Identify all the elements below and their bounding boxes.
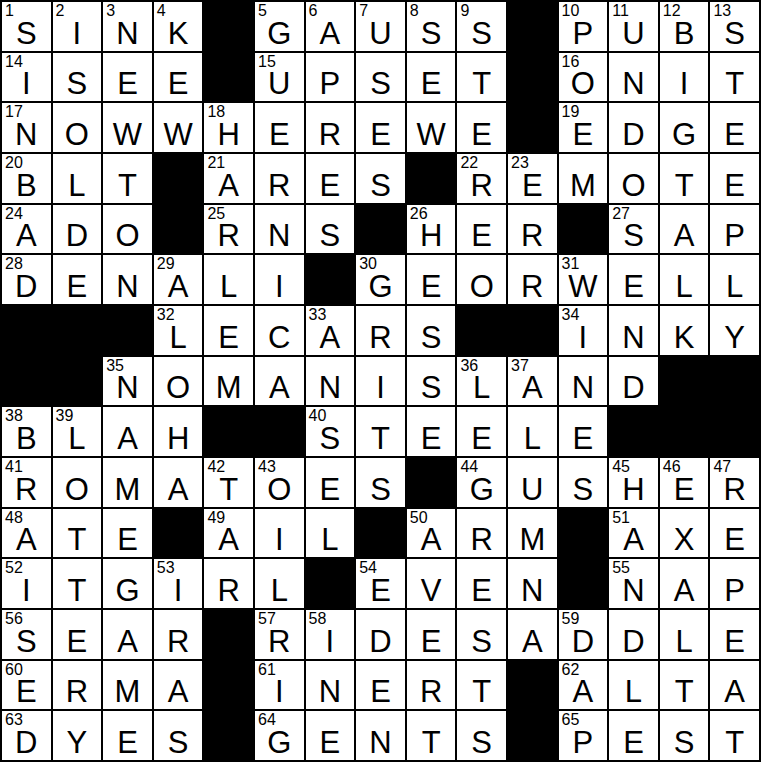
cell-r1c8[interactable]: 7U bbox=[356, 2, 405, 51]
cell-r6c9[interactable]: E bbox=[407, 255, 456, 304]
black-cell-r9c6 bbox=[255, 407, 304, 456]
cell-r7c7[interactable]: 33A bbox=[306, 306, 355, 355]
cell-letter: E bbox=[559, 423, 608, 454]
cell-r15c1[interactable]: 63D bbox=[2, 711, 51, 760]
cell-r8c6[interactable]: A bbox=[255, 357, 304, 406]
cell-r11c14[interactable]: X bbox=[660, 509, 709, 558]
cell-letter: A bbox=[609, 524, 658, 555]
cell-r13c11[interactable]: A bbox=[508, 610, 557, 659]
cell-letter: S bbox=[660, 727, 709, 758]
cell-r4c3[interactable]: T bbox=[103, 154, 152, 203]
cell-r3c1[interactable]: 17N bbox=[2, 103, 51, 152]
cell-letter: O bbox=[255, 474, 304, 505]
cell-r6c1[interactable]: 28D bbox=[2, 255, 51, 304]
cell-letter: T bbox=[53, 524, 102, 555]
cell-letter: W bbox=[559, 271, 608, 302]
cell-r7c13[interactable]: N bbox=[609, 306, 658, 355]
cell-letter: Y bbox=[53, 727, 102, 758]
cell-r10c7[interactable]: E bbox=[306, 458, 355, 507]
cell-r5c7[interactable]: S bbox=[306, 205, 355, 254]
cell-r14c4[interactable]: A bbox=[154, 661, 203, 710]
cell-letter: M bbox=[508, 524, 557, 555]
cell-letter: S bbox=[609, 220, 658, 251]
cell-letter: M bbox=[103, 676, 152, 707]
cell-r15c14[interactable]: S bbox=[660, 711, 709, 760]
cell-letter: D bbox=[2, 727, 51, 758]
cell-r2c14[interactable]: I bbox=[660, 53, 709, 102]
cell-letter: E bbox=[609, 271, 658, 302]
cell-r15c8[interactable]: N bbox=[356, 711, 405, 760]
cell-letter: M bbox=[103, 474, 152, 505]
cell-letter: T bbox=[457, 68, 506, 99]
cell-r9c1[interactable]: 38B bbox=[2, 407, 51, 456]
cell-letter: B bbox=[660, 18, 709, 49]
cell-r12c4[interactable]: 53I bbox=[154, 559, 203, 608]
cell-r2c7[interactable]: P bbox=[306, 53, 355, 102]
cell-r4c2[interactable]: L bbox=[53, 154, 102, 203]
cell-r2c9[interactable]: E bbox=[407, 53, 456, 102]
cell-r8c11[interactable]: 37A bbox=[508, 357, 557, 406]
cell-r5c3[interactable]: O bbox=[103, 205, 152, 254]
cell-r4c7[interactable]: E bbox=[306, 154, 355, 203]
cell-r9c9[interactable]: E bbox=[407, 407, 456, 456]
cell-r5c6[interactable]: N bbox=[255, 205, 304, 254]
cell-letter: N bbox=[609, 322, 658, 353]
black-cell-r14c5 bbox=[204, 661, 253, 710]
cell-r4c1[interactable]: 20B bbox=[2, 154, 51, 203]
cell-r10c10[interactable]: 44G bbox=[457, 458, 506, 507]
cell-r1c6[interactable]: 5G bbox=[255, 2, 304, 51]
cell-r1c15[interactable]: 13S bbox=[710, 2, 759, 51]
cell-r14c10[interactable]: T bbox=[457, 661, 506, 710]
cell-r1c1[interactable]: 1S bbox=[2, 2, 51, 51]
cell-letter: E bbox=[710, 170, 759, 201]
cell-letter: E bbox=[407, 271, 456, 302]
cell-r11c7[interactable]: L bbox=[306, 509, 355, 558]
cell-r4c14[interactable]: T bbox=[660, 154, 709, 203]
cell-r9c11[interactable]: L bbox=[508, 407, 557, 456]
cell-r5c11[interactable]: R bbox=[508, 205, 557, 254]
cell-r3c15[interactable]: E bbox=[710, 103, 759, 152]
cell-r1c3[interactable]: 3N bbox=[103, 2, 152, 51]
cell-r7c4[interactable]: 32L bbox=[154, 306, 203, 355]
cell-letter: E bbox=[154, 68, 203, 99]
cell-r13c3[interactable]: A bbox=[103, 610, 152, 659]
cell-letter: E bbox=[710, 626, 759, 657]
cell-r1c7[interactable]: 6A bbox=[306, 2, 355, 51]
black-cell-r7c10 bbox=[457, 306, 506, 355]
cell-r4c6[interactable]: R bbox=[255, 154, 304, 203]
cell-r6c11[interactable]: R bbox=[508, 255, 557, 304]
cell-letter: S bbox=[710, 18, 759, 49]
cell-letter: H bbox=[407, 220, 456, 251]
black-cell-r5c4 bbox=[154, 205, 203, 254]
cell-r6c5[interactable]: L bbox=[204, 255, 253, 304]
cell-r3c8[interactable]: E bbox=[356, 103, 405, 152]
cell-r4c5[interactable]: 21A bbox=[204, 154, 253, 203]
cell-letter: C bbox=[255, 322, 304, 353]
cell-r6c8[interactable]: 30G bbox=[356, 255, 405, 304]
cell-r2c8[interactable]: S bbox=[356, 53, 405, 102]
cell-letter: A bbox=[306, 18, 355, 49]
cell-letter: N bbox=[2, 119, 51, 150]
cell-letter: R bbox=[457, 524, 506, 555]
cell-letter: E bbox=[306, 474, 355, 505]
cell-r14c13[interactable]: L bbox=[609, 661, 658, 710]
cell-r15c2[interactable]: Y bbox=[53, 711, 102, 760]
black-cell-r9c5 bbox=[204, 407, 253, 456]
cell-r6c15[interactable]: L bbox=[710, 255, 759, 304]
cell-r7c5[interactable]: E bbox=[204, 306, 253, 355]
cell-r12c14[interactable]: A bbox=[660, 559, 709, 608]
cell-letter: O bbox=[609, 170, 658, 201]
cell-r8c13[interactable]: D bbox=[609, 357, 658, 406]
cell-r8c10[interactable]: 36L bbox=[457, 357, 506, 406]
cell-letter: K bbox=[660, 322, 709, 353]
cell-r8c7[interactable]: N bbox=[306, 357, 355, 406]
cell-r7c8[interactable]: R bbox=[356, 306, 405, 355]
cell-r5c10[interactable]: E bbox=[457, 205, 506, 254]
cell-r12c9[interactable]: V bbox=[407, 559, 456, 608]
cell-letter: P bbox=[559, 18, 608, 49]
cell-r4c11[interactable]: 23E bbox=[508, 154, 557, 203]
cell-r13c14[interactable]: L bbox=[660, 610, 709, 659]
cell-r2c4[interactable]: E bbox=[154, 53, 203, 102]
cell-r5c5[interactable]: 25R bbox=[204, 205, 253, 254]
cell-r2c3[interactable]: E bbox=[103, 53, 152, 102]
cell-letter: G bbox=[255, 18, 304, 49]
cell-letter: I bbox=[154, 575, 203, 606]
black-cell-r9c14 bbox=[660, 407, 709, 456]
cell-letter: V bbox=[407, 575, 456, 606]
cell-letter: I bbox=[53, 18, 102, 49]
cell-r12c5[interactable]: R bbox=[204, 559, 253, 608]
cell-letter: I bbox=[255, 676, 304, 707]
cell-letter: S bbox=[2, 18, 51, 49]
cell-r12c3[interactable]: G bbox=[103, 559, 152, 608]
cell-letter: L bbox=[306, 524, 355, 555]
cell-r11c15[interactable]: E bbox=[710, 509, 759, 558]
cell-r15c12[interactable]: 65P bbox=[559, 711, 608, 760]
cell-r3c12[interactable]: 19E bbox=[559, 103, 608, 152]
cell-letter: G bbox=[255, 727, 304, 758]
cell-letter: D bbox=[2, 271, 51, 302]
cell-letter: O bbox=[154, 372, 203, 403]
cell-r2c6[interactable]: 15U bbox=[255, 53, 304, 102]
cell-letter: A bbox=[407, 524, 456, 555]
cell-r10c1[interactable]: 41R bbox=[2, 458, 51, 507]
cell-letter: A bbox=[306, 322, 355, 353]
cell-r12c11[interactable]: N bbox=[508, 559, 557, 608]
cell-letter: T bbox=[710, 727, 759, 758]
cell-letter: U bbox=[609, 18, 658, 49]
cell-letter: I bbox=[255, 271, 304, 302]
cell-r14c12[interactable]: 62A bbox=[559, 661, 608, 710]
cell-r10c8[interactable]: S bbox=[356, 458, 405, 507]
cell-r10c12[interactable]: S bbox=[559, 458, 608, 507]
cell-r6c3[interactable]: N bbox=[103, 255, 152, 304]
black-cell-r7c1 bbox=[2, 306, 51, 355]
cell-letter: E bbox=[407, 626, 456, 657]
cell-r1c14[interactable]: 12B bbox=[660, 2, 709, 51]
cell-r4c8[interactable]: S bbox=[356, 154, 405, 203]
cell-r9c8[interactable]: T bbox=[356, 407, 405, 456]
cell-letter: N bbox=[103, 271, 152, 302]
cell-r11c3[interactable]: E bbox=[103, 509, 152, 558]
cell-r3c9[interactable]: W bbox=[407, 103, 456, 152]
cell-letter: S bbox=[356, 474, 405, 505]
cell-r14c9[interactable]: R bbox=[407, 661, 456, 710]
cell-r8c3[interactable]: 35N bbox=[103, 357, 152, 406]
black-cell-r6c7 bbox=[306, 255, 355, 304]
black-cell-r10c9 bbox=[407, 458, 456, 507]
cell-r9c10[interactable]: E bbox=[457, 407, 506, 456]
black-cell-r7c11 bbox=[508, 306, 557, 355]
cell-r5c2[interactable]: D bbox=[53, 205, 102, 254]
cell-letter: N bbox=[103, 372, 152, 403]
cell-r15c6[interactable]: 64G bbox=[255, 711, 304, 760]
cell-r1c10[interactable]: 9S bbox=[457, 2, 506, 51]
cell-r15c15[interactable]: T bbox=[710, 711, 759, 760]
cell-r3c6[interactable]: E bbox=[255, 103, 304, 152]
cell-r3c10[interactable]: E bbox=[457, 103, 506, 152]
cell-r11c2[interactable]: T bbox=[53, 509, 102, 558]
cell-letter: M bbox=[559, 170, 608, 201]
cell-letter: X bbox=[660, 524, 709, 555]
cell-letter: N bbox=[255, 220, 304, 251]
cell-r11c5[interactable]: 49A bbox=[204, 509, 253, 558]
black-cell-r1c5 bbox=[204, 2, 253, 51]
cell-r9c2[interactable]: 39L bbox=[53, 407, 102, 456]
cell-r10c2[interactable]: O bbox=[53, 458, 102, 507]
cell-r9c7[interactable]: 40S bbox=[306, 407, 355, 456]
cell-letter: U bbox=[356, 18, 405, 49]
cell-r7c15[interactable]: Y bbox=[710, 306, 759, 355]
cell-letter: S bbox=[306, 220, 355, 251]
cell-letter: T bbox=[660, 676, 709, 707]
cell-r13c13[interactable]: D bbox=[609, 610, 658, 659]
cell-letter: L bbox=[508, 423, 557, 454]
cell-r14c6[interactable]: 61I bbox=[255, 661, 304, 710]
cell-r15c4[interactable]: S bbox=[154, 711, 203, 760]
cell-letter: A bbox=[660, 575, 709, 606]
cell-r1c13[interactable]: 11U bbox=[609, 2, 658, 51]
cell-r6c10[interactable]: O bbox=[457, 255, 506, 304]
cell-letter: R bbox=[710, 474, 759, 505]
cell-r14c14[interactable]: T bbox=[660, 661, 709, 710]
cell-letter: N bbox=[356, 727, 405, 758]
cell-r13c10[interactable]: S bbox=[457, 610, 506, 659]
cell-r3c14[interactable]: G bbox=[660, 103, 709, 152]
cell-r10c5[interactable]: 42T bbox=[204, 458, 253, 507]
cell-r10c13[interactable]: 45H bbox=[609, 458, 658, 507]
cell-letter: T bbox=[53, 575, 102, 606]
cell-r13c9[interactable]: E bbox=[407, 610, 456, 659]
cell-r8c9[interactable]: S bbox=[407, 357, 456, 406]
black-cell-r9c13 bbox=[609, 407, 658, 456]
cell-r13c12[interactable]: 59D bbox=[559, 610, 608, 659]
cell-letter: L bbox=[457, 372, 506, 403]
cell-r4c13[interactable]: O bbox=[609, 154, 658, 203]
cell-letter: R bbox=[2, 474, 51, 505]
cell-r10c11[interactable]: U bbox=[508, 458, 557, 507]
cell-r13c6[interactable]: 57R bbox=[255, 610, 304, 659]
cell-r5c9[interactable]: 26H bbox=[407, 205, 456, 254]
cell-r13c8[interactable]: D bbox=[356, 610, 405, 659]
cell-r10c6[interactable]: 43O bbox=[255, 458, 304, 507]
cell-r11c9[interactable]: 50A bbox=[407, 509, 456, 558]
cell-letter: A bbox=[204, 170, 253, 201]
cell-letter: S bbox=[559, 474, 608, 505]
black-cell-r8c1 bbox=[2, 357, 51, 406]
cell-letter: E bbox=[53, 626, 102, 657]
crossword-board: 1S2I3N4K5G6A7U8S9S10P11U12B13S14ISEE15UP… bbox=[0, 0, 761, 762]
cell-letter: W bbox=[103, 119, 152, 150]
cell-r11c13[interactable]: 51A bbox=[609, 509, 658, 558]
cell-r2c15[interactable]: T bbox=[710, 53, 759, 102]
cell-letter: I bbox=[559, 322, 608, 353]
cell-r10c3[interactable]: M bbox=[103, 458, 152, 507]
cell-r11c6[interactable]: I bbox=[255, 509, 304, 558]
cell-r2c1[interactable]: 14I bbox=[2, 53, 51, 102]
cell-r7c14[interactable]: K bbox=[660, 306, 709, 355]
cell-r15c3[interactable]: E bbox=[103, 711, 152, 760]
cell-r9c3[interactable]: A bbox=[103, 407, 152, 456]
cell-letter: A bbox=[154, 474, 203, 505]
cell-letter: A bbox=[2, 524, 51, 555]
cell-letter: G bbox=[103, 575, 152, 606]
cell-letter: E bbox=[457, 119, 506, 150]
cell-r9c4[interactable]: H bbox=[154, 407, 203, 456]
cell-r1c2[interactable]: 2I bbox=[53, 2, 102, 51]
cell-r6c13[interactable]: E bbox=[609, 255, 658, 304]
cell-r1c9[interactable]: 8S bbox=[407, 2, 456, 51]
cell-r14c15[interactable]: A bbox=[710, 661, 759, 710]
cell-r15c13[interactable]: E bbox=[609, 711, 658, 760]
cell-r14c7[interactable]: N bbox=[306, 661, 355, 710]
black-cell-r14c11 bbox=[508, 661, 557, 710]
cell-letter: T bbox=[660, 170, 709, 201]
cell-letter: K bbox=[154, 18, 203, 49]
cell-r5c1[interactable]: 24A bbox=[2, 205, 51, 254]
cell-r7c6[interactable]: C bbox=[255, 306, 304, 355]
cell-r8c12[interactable]: N bbox=[559, 357, 608, 406]
cell-letter: A bbox=[2, 220, 51, 251]
cell-r13c7[interactable]: 58I bbox=[306, 610, 355, 659]
cell-r12c6[interactable]: L bbox=[255, 559, 304, 608]
cell-r6c6[interactable]: I bbox=[255, 255, 304, 304]
cell-r12c10[interactable]: E bbox=[457, 559, 506, 608]
cell-r11c10[interactable]: R bbox=[457, 509, 506, 558]
cell-r5c14[interactable]: A bbox=[660, 205, 709, 254]
cell-r12c13[interactable]: 55N bbox=[609, 559, 658, 608]
cell-r2c13[interactable]: N bbox=[609, 53, 658, 102]
cell-r6c2[interactable]: E bbox=[53, 255, 102, 304]
cell-r14c1[interactable]: 60E bbox=[2, 661, 51, 710]
cell-letter: S bbox=[407, 372, 456, 403]
cell-letter: S bbox=[2, 626, 51, 657]
cell-r4c12[interactable]: M bbox=[559, 154, 608, 203]
cell-r13c4[interactable]: R bbox=[154, 610, 203, 659]
cell-r8c8[interactable]: I bbox=[356, 357, 405, 406]
cell-letter: I bbox=[255, 524, 304, 555]
cell-r14c3[interactable]: M bbox=[103, 661, 152, 710]
cell-r13c1[interactable]: 56S bbox=[2, 610, 51, 659]
cell-letter: E bbox=[660, 474, 709, 505]
cell-r8c4[interactable]: O bbox=[154, 357, 203, 406]
cell-r10c15[interactable]: 47R bbox=[710, 458, 759, 507]
cell-r1c4[interactable]: 4K bbox=[154, 2, 203, 51]
cell-letter: A bbox=[154, 271, 203, 302]
cell-letter: S bbox=[457, 727, 506, 758]
cell-letter: P bbox=[710, 220, 759, 251]
black-cell-r8c2 bbox=[53, 357, 102, 406]
cell-r10c14[interactable]: 46E bbox=[660, 458, 709, 507]
cell-r6c14[interactable]: L bbox=[660, 255, 709, 304]
cell-r10c4[interactable]: A bbox=[154, 458, 203, 507]
cell-letter: E bbox=[103, 524, 152, 555]
cell-r3c2[interactable]: O bbox=[53, 103, 102, 152]
cell-r4c15[interactable]: E bbox=[710, 154, 759, 203]
cell-r4c10[interactable]: 22R bbox=[457, 154, 506, 203]
cell-r11c1[interactable]: 48A bbox=[2, 509, 51, 558]
cell-letter: A bbox=[508, 626, 557, 657]
cell-letter: S bbox=[407, 322, 456, 353]
black-cell-r11c12 bbox=[559, 509, 608, 558]
cell-r9c12[interactable]: E bbox=[559, 407, 608, 456]
cell-r2c12[interactable]: 16O bbox=[559, 53, 608, 102]
cell-r6c4[interactable]: 29A bbox=[154, 255, 203, 304]
cell-r2c10[interactable]: T bbox=[457, 53, 506, 102]
cell-r2c2[interactable]: S bbox=[53, 53, 102, 102]
cell-r7c12[interactable]: 34I bbox=[559, 306, 608, 355]
cell-r5c15[interactable]: P bbox=[710, 205, 759, 254]
cell-letter: E bbox=[356, 575, 405, 606]
cell-letter: H bbox=[609, 474, 658, 505]
cell-letter: L bbox=[609, 676, 658, 707]
cell-r1c12[interactable]: 10P bbox=[559, 2, 608, 51]
cell-r3c3[interactable]: W bbox=[103, 103, 152, 152]
cell-r12c1[interactable]: 52I bbox=[2, 559, 51, 608]
cell-r14c8[interactable]: E bbox=[356, 661, 405, 710]
cell-r8c5[interactable]: M bbox=[204, 357, 253, 406]
cell-r11c11[interactable]: M bbox=[508, 509, 557, 558]
cell-letter: R bbox=[255, 170, 304, 201]
cell-r14c2[interactable]: R bbox=[53, 661, 102, 710]
cell-r3c5[interactable]: 18H bbox=[204, 103, 253, 152]
cell-letter: S bbox=[407, 18, 456, 49]
cell-r5c13[interactable]: 27S bbox=[609, 205, 658, 254]
cell-letter: B bbox=[2, 423, 51, 454]
cell-letter: E bbox=[457, 423, 506, 454]
cell-r6c12[interactable]: 31W bbox=[559, 255, 608, 304]
cell-letter: N bbox=[609, 68, 658, 99]
cell-r15c7[interactable]: E bbox=[306, 711, 355, 760]
cell-r15c10[interactable]: S bbox=[457, 711, 506, 760]
cell-r3c7[interactable]: R bbox=[306, 103, 355, 152]
cell-r15c9[interactable]: T bbox=[407, 711, 456, 760]
cell-r3c13[interactable]: D bbox=[609, 103, 658, 152]
cell-r7c9[interactable]: S bbox=[407, 306, 456, 355]
cell-letter: L bbox=[53, 170, 102, 201]
cell-r13c15[interactable]: E bbox=[710, 610, 759, 659]
cell-r12c8[interactable]: 54E bbox=[356, 559, 405, 608]
cell-r12c2[interactable]: T bbox=[53, 559, 102, 608]
cell-r3c4[interactable]: W bbox=[154, 103, 203, 152]
cell-letter: O bbox=[53, 119, 102, 150]
cell-r13c2[interactable]: E bbox=[53, 610, 102, 659]
cell-r12c15[interactable]: P bbox=[710, 559, 759, 608]
